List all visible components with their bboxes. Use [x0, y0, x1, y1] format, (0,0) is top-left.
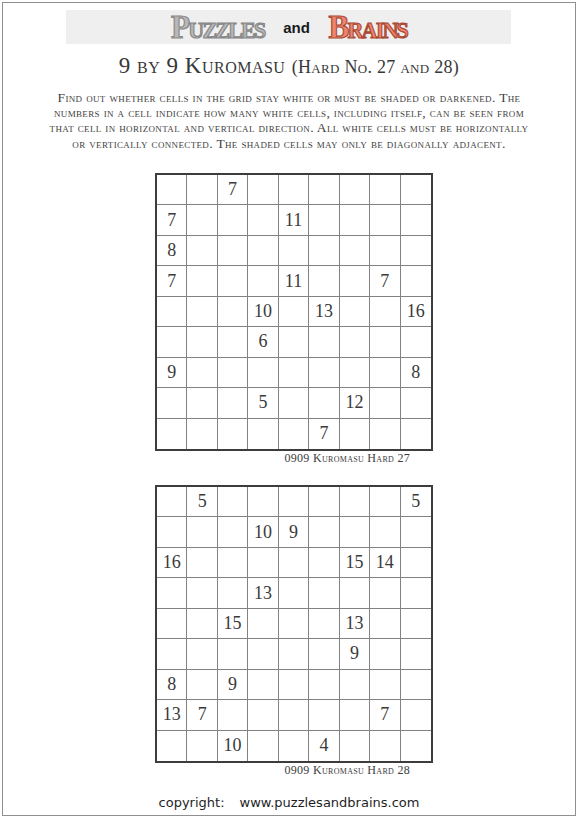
puzzle2-cell-r9c9[interactable]: [401, 731, 431, 761]
puzzle2-cell-r5c2[interactable]: [187, 609, 217, 639]
puzzle2-cell-r3c5[interactable]: [279, 548, 309, 578]
puzzle1-cell-r7c8[interactable]: [370, 358, 400, 388]
puzzle1-cell-r2c9[interactable]: [401, 205, 431, 235]
puzzle2-cell-r1c5[interactable]: [279, 487, 309, 517]
puzzle2-cell-r3c3[interactable]: [218, 548, 248, 578]
instructions-line-3: that cell in horizontal and vertical dir…: [3, 120, 575, 135]
puzzle1-cell-r9c3[interactable]: [218, 419, 248, 449]
title-main: 9 by 9 Kuromasu: [119, 53, 292, 78]
puzzle2-cell-r6c9[interactable]: [401, 639, 431, 669]
puzzle1-cell-r4c5[interactable]: 11: [279, 266, 309, 296]
puzzle1-cell-r8c6[interactable]: [309, 388, 339, 418]
puzzle2-cell-r4c4[interactable]: 13: [248, 578, 278, 608]
puzzle2-cell-r9c4[interactable]: [248, 731, 278, 761]
puzzle2-cell-r4c3[interactable]: [218, 578, 248, 608]
puzzle2-cell-r2c5[interactable]: 9: [279, 517, 309, 547]
puzzle2-cell-r8c8[interactable]: 7: [370, 700, 400, 730]
puzzle2-cell-r8c3[interactable]: [218, 700, 248, 730]
puzzle2-cell-r2c9[interactable]: [401, 517, 431, 547]
puzzle2-cell-r6c3[interactable]: [218, 639, 248, 669]
puzzle1-cell-r2c3[interactable]: [218, 205, 248, 235]
puzzle1-cell-r8c3[interactable]: [218, 388, 248, 418]
puzzle2-cell-r4c9[interactable]: [401, 578, 431, 608]
instructions-line-2: numbers in a cell indicate how many whit…: [3, 105, 575, 120]
puzzle1-cell-r1c3[interactable]: 7: [218, 175, 248, 205]
puzzle1-cell-r6c4[interactable]: 6: [248, 327, 278, 357]
puzzle2-cell-r1c9[interactable]: 5: [401, 487, 431, 517]
puzzle1-cell-r6c8[interactable]: [370, 327, 400, 357]
puzzle2-cell-r8c2[interactable]: 7: [187, 700, 217, 730]
page: Puzzles and Brains 9 by 9 Kuromasu (Hard…: [2, 2, 576, 816]
puzzle2-cell-r1c1[interactable]: [157, 487, 187, 517]
puzzle1-cell-r5c1[interactable]: [157, 297, 187, 327]
puzzle1-cell-r8c1[interactable]: [157, 388, 187, 418]
puzzle1-cell-r7c9[interactable]: 8: [401, 358, 431, 388]
puzzle2-cell-r8c4[interactable]: [248, 700, 278, 730]
puzzle1-cell-r4c3[interactable]: [218, 266, 248, 296]
puzzle1-cell-r9c4[interactable]: [248, 419, 278, 449]
puzzle2-cell-r8c7[interactable]: [340, 700, 370, 730]
puzzle1-cell-r2c8[interactable]: [370, 205, 400, 235]
puzzle2-cell-r6c2[interactable]: [187, 639, 217, 669]
puzzle2-cell-r9c7[interactable]: [340, 731, 370, 761]
puzzle2-cell-r4c5[interactable]: [279, 578, 309, 608]
puzzle2-cell-r7c5[interactable]: [279, 670, 309, 700]
puzzle1-cell-r3c1[interactable]: 8: [157, 236, 187, 266]
puzzle1-cell-r5c8[interactable]: [370, 297, 400, 327]
copyright-label: copyright:: [159, 795, 225, 810]
puzzle2-cell-r7c6[interactable]: [309, 670, 339, 700]
puzzle1-cell-r2c5[interactable]: 11: [279, 205, 309, 235]
puzzle2-cell-r9c8[interactable]: [370, 731, 400, 761]
puzzle1-cell-r5c2[interactable]: [187, 297, 217, 327]
puzzle2-cell-r3c6[interactable]: [309, 548, 339, 578]
puzzle1-cell-r7c2[interactable]: [187, 358, 217, 388]
puzzle1-cell-r6c9[interactable]: [401, 327, 431, 357]
puzzle1-cell-r3c3[interactable]: [218, 236, 248, 266]
puzzle2-cell-r6c6[interactable]: [309, 639, 339, 669]
puzzle2-cell-r6c4[interactable]: [248, 639, 278, 669]
puzzle1-cell-r1c4[interactable]: [248, 175, 278, 205]
puzzle2-cell-r5c7[interactable]: 13: [340, 609, 370, 639]
puzzle1-cell-r3c9[interactable]: [401, 236, 431, 266]
puzzle1-cell-r5c3[interactable]: [218, 297, 248, 327]
title-sub: (Hard No. 27 and 28): [292, 57, 460, 77]
puzzle2-cell-r5c5[interactable]: [279, 609, 309, 639]
puzzle1-cell-r5c7[interactable]: [340, 297, 370, 327]
puzzle2-cell-r9c3[interactable]: 10: [218, 731, 248, 761]
puzzle1-cell-r3c2[interactable]: [187, 236, 217, 266]
puzzle1-cell-r4c6[interactable]: [309, 266, 339, 296]
puzzle2-cell-r9c5[interactable]: [279, 731, 309, 761]
page-title: 9 by 9 Kuromasu (Hard No. 27 and 28): [3, 53, 575, 79]
puzzle2-cell-r8c5[interactable]: [279, 700, 309, 730]
puzzle2-cell-r4c1[interactable]: [157, 578, 187, 608]
puzzle2-cell-r2c7[interactable]: [340, 517, 370, 547]
puzzle2-cell-r5c1[interactable]: [157, 609, 187, 639]
puzzle2-cell-r7c9[interactable]: [401, 670, 431, 700]
puzzle1-cell-r3c6[interactable]: [309, 236, 339, 266]
puzzle2-cell-r3c7[interactable]: 15: [340, 548, 370, 578]
puzzle1-cell-r7c6[interactable]: [309, 358, 339, 388]
puzzle1-cell-r4c8[interactable]: 7: [370, 266, 400, 296]
puzzle2-cell-r7c8[interactable]: [370, 670, 400, 700]
puzzle2-cell-r7c7[interactable]: [340, 670, 370, 700]
puzzle1-cell-r2c6[interactable]: [309, 205, 339, 235]
caption-hard-28: 0909 Kuromasu Hard 28: [155, 763, 433, 778]
puzzle2-cell-r6c8[interactable]: [370, 639, 400, 669]
puzzle2-cell-r2c8[interactable]: [370, 517, 400, 547]
puzzle1-cell-r4c2[interactable]: [187, 266, 217, 296]
puzzle2-cell-r1c7[interactable]: [340, 487, 370, 517]
puzzle2-cell-r5c3[interactable]: 15: [218, 609, 248, 639]
puzzle2-cell-r9c2[interactable]: [187, 731, 217, 761]
puzzle2-cell-r3c8[interactable]: 14: [370, 548, 400, 578]
puzzle2-cell-r3c2[interactable]: [187, 548, 217, 578]
puzzle1-cell-r4c4[interactable]: [248, 266, 278, 296]
puzzle1-cell-r1c5[interactable]: [279, 175, 309, 205]
puzzle1-cell-r7c7[interactable]: [340, 358, 370, 388]
puzzle2-cell-r8c6[interactable]: [309, 700, 339, 730]
puzzle2-cell-r4c7[interactable]: [340, 578, 370, 608]
puzzle2-cell-r5c9[interactable]: [401, 609, 431, 639]
puzzle2-cell-r4c6[interactable]: [309, 578, 339, 608]
puzzle1-cell-r9c8[interactable]: [370, 419, 400, 449]
puzzle2-cell-r6c7[interactable]: 9: [340, 639, 370, 669]
puzzle1-cell-r7c5[interactable]: [279, 358, 309, 388]
puzzle2-cell-r3c1[interactable]: 16: [157, 548, 187, 578]
puzzle1-cell-r4c9[interactable]: [401, 266, 431, 296]
puzzle1-cell-r7c1[interactable]: 9: [157, 358, 187, 388]
puzzle1-cell-r9c1[interactable]: [157, 419, 187, 449]
puzzle1-cell-r8c7[interactable]: 12: [340, 388, 370, 418]
puzzle1-cell-r4c7[interactable]: [340, 266, 370, 296]
puzzle2-cell-r1c2[interactable]: 5: [187, 487, 217, 517]
puzzle2-cell-r2c4[interactable]: 10: [248, 517, 278, 547]
puzzle1-cell-r5c4[interactable]: 10: [248, 297, 278, 327]
puzzle1-cell-r9c6[interactable]: 7: [309, 419, 339, 449]
instructions: Find out whether cells in the grid stay …: [3, 90, 575, 151]
puzzle2-cell-r2c1[interactable]: [157, 517, 187, 547]
puzzle1-cell-r3c4[interactable]: [248, 236, 278, 266]
puzzle2-cell-r4c8[interactable]: [370, 578, 400, 608]
puzzle1-cell-r6c5[interactable]: [279, 327, 309, 357]
puzzle1-cell-r8c8[interactable]: [370, 388, 400, 418]
puzzle2-cell-r7c2[interactable]: [187, 670, 217, 700]
puzzle2-cell-r2c3[interactable]: [218, 517, 248, 547]
puzzle-grid-hard-28: 551091615141315139891377104: [155, 485, 433, 763]
puzzle2-cell-r9c6[interactable]: 4: [309, 731, 339, 761]
puzzle1-cell-r8c9[interactable]: [401, 388, 431, 418]
puzzle2-cell-r3c9[interactable]: [401, 548, 431, 578]
puzzle1-cell-r1c7[interactable]: [340, 175, 370, 205]
puzzle2-cell-r4c2[interactable]: [187, 578, 217, 608]
puzzle2-cell-r6c5[interactable]: [279, 639, 309, 669]
puzzle1-cell-r8c2[interactable]: [187, 388, 217, 418]
puzzle1-cell-r8c5[interactable]: [279, 388, 309, 418]
logo-and: and: [281, 19, 312, 36]
puzzle1-cell-r6c1[interactable]: [157, 327, 187, 357]
website-url: www.puzzlesandbrains.com: [240, 795, 420, 810]
logo-banner: Puzzles and Brains: [66, 10, 511, 44]
puzzle1-cell-r4c1[interactable]: 7: [157, 266, 187, 296]
puzzle1-cell-r7c4[interactable]: [248, 358, 278, 388]
puzzle1-cell-r3c7[interactable]: [340, 236, 370, 266]
puzzle2-cell-r2c2[interactable]: [187, 517, 217, 547]
puzzle2-cell-r2c6[interactable]: [309, 517, 339, 547]
puzzle2-cell-r7c4[interactable]: [248, 670, 278, 700]
puzzle1-cell-r2c4[interactable]: [248, 205, 278, 235]
puzzle1-cell-r1c9[interactable]: [401, 175, 431, 205]
puzzle2-cell-r1c8[interactable]: [370, 487, 400, 517]
puzzle2-cell-r8c1[interactable]: 13: [157, 700, 187, 730]
puzzle1-cell-r1c1[interactable]: [157, 175, 187, 205]
footer: copyright:www.puzzlesandbrains.com: [3, 795, 575, 810]
puzzle2-cell-r1c6[interactable]: [309, 487, 339, 517]
puzzle1-cell-r8c4[interactable]: 5: [248, 388, 278, 418]
puzzle2-cell-r5c4[interactable]: [248, 609, 278, 639]
puzzle2-cell-r8c9[interactable]: [401, 700, 431, 730]
instructions-line-1: Find out whether cells in the grid stay …: [3, 90, 575, 105]
puzzle1-cell-r5c6[interactable]: 13: [309, 297, 339, 327]
puzzle1-cell-r6c6[interactable]: [309, 327, 339, 357]
puzzle1-cell-r5c5[interactable]: [279, 297, 309, 327]
puzzle1-cell-r2c2[interactable]: [187, 205, 217, 235]
puzzle-grid-hard-27: 7711871171013166985127: [155, 173, 433, 451]
puzzle2-cell-r9c1[interactable]: [157, 731, 187, 761]
puzzle2-cell-r1c4[interactable]: [248, 487, 278, 517]
puzzle1-cell-r6c7[interactable]: [340, 327, 370, 357]
puzzle2-cell-r3c4[interactable]: [248, 548, 278, 578]
caption-hard-27: 0909 Kuromasu Hard 27: [155, 451, 433, 466]
puzzle1-cell-r1c6[interactable]: [309, 175, 339, 205]
puzzle1-cell-r6c3[interactable]: [218, 327, 248, 357]
puzzle1-cell-r5c9[interactable]: 16: [401, 297, 431, 327]
puzzle1-cell-r6c2[interactable]: [187, 327, 217, 357]
logo-puzzles: Puzzles: [171, 12, 264, 42]
puzzle1-cell-r1c8[interactable]: [370, 175, 400, 205]
puzzle2-cell-r6c1[interactable]: [157, 639, 187, 669]
puzzle2-cell-r5c8[interactable]: [370, 609, 400, 639]
logo-brains: Brains: [328, 12, 407, 42]
puzzle1-cell-r9c9[interactable]: [401, 419, 431, 449]
puzzle1-cell-r9c7[interactable]: [340, 419, 370, 449]
puzzle1-cell-r9c2[interactable]: [187, 419, 217, 449]
puzzle1-cell-r1c2[interactable]: [187, 175, 217, 205]
puzzle1-cell-r3c8[interactable]: [370, 236, 400, 266]
puzzle1-cell-r3c5[interactable]: [279, 236, 309, 266]
puzzle1-cell-r7c3[interactable]: [218, 358, 248, 388]
puzzle2-cell-r5c6[interactable]: [309, 609, 339, 639]
puzzle1-cell-r2c7[interactable]: [340, 205, 370, 235]
puzzle2-cell-r7c1[interactable]: 8: [157, 670, 187, 700]
puzzle2-cell-r7c3[interactable]: 9: [218, 670, 248, 700]
puzzle2-cell-r1c3[interactable]: [218, 487, 248, 517]
puzzle1-cell-r2c1[interactable]: 7: [157, 205, 187, 235]
instructions-line-4: or vertically connected. The shaded cell…: [3, 136, 575, 151]
puzzle1-cell-r9c5[interactable]: [279, 419, 309, 449]
